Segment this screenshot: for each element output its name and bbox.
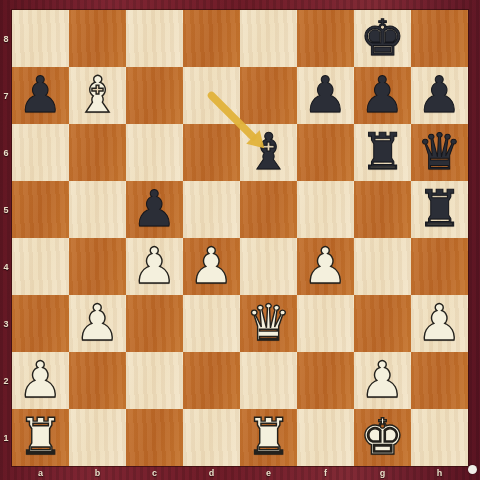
white-pawn-h3[interactable]: ♟ [417, 295, 462, 352]
square-c7[interactable] [126, 67, 183, 124]
square-c8[interactable] [126, 10, 183, 67]
square-g3[interactable] [354, 295, 411, 352]
rank-label-2: 2 [0, 352, 12, 409]
square-b6[interactable] [69, 124, 126, 181]
white-pawn-g2[interactable]: ♟ [360, 352, 405, 409]
rank-label-4: 4 [0, 238, 12, 295]
square-f5[interactable] [297, 181, 354, 238]
square-c4[interactable]: ♟ [126, 238, 183, 295]
square-h7[interactable]: ♟ [411, 67, 468, 124]
square-h8[interactable] [411, 10, 468, 67]
square-h6[interactable]: ♛ [411, 124, 468, 181]
chess-app-window: ♚♟♝♟♟♟♝♜♛♟♜♟♟♟♟♛♟♟♟♜♜♚ 87654321 abcdefgh [0, 0, 480, 480]
square-h3[interactable]: ♟ [411, 295, 468, 352]
square-b8[interactable] [69, 10, 126, 67]
black-pawn-a7[interactable]: ♟ [18, 67, 63, 124]
rank-label-8: 8 [0, 10, 12, 67]
black-pawn-g7[interactable]: ♟ [360, 67, 405, 124]
square-f8[interactable] [297, 10, 354, 67]
square-g4[interactable] [354, 238, 411, 295]
square-d7[interactable] [183, 67, 240, 124]
white-rook-a1[interactable]: ♜ [18, 409, 63, 466]
square-e7[interactable] [240, 67, 297, 124]
square-c2[interactable] [126, 352, 183, 409]
square-a1[interactable]: ♜ [12, 409, 69, 466]
square-f1[interactable] [297, 409, 354, 466]
square-d2[interactable] [183, 352, 240, 409]
rank-label-6: 6 [0, 124, 12, 181]
square-a5[interactable] [12, 181, 69, 238]
square-a7[interactable]: ♟ [12, 67, 69, 124]
black-bishop-e6[interactable]: ♝ [246, 124, 291, 181]
corner-marker-dot [468, 465, 477, 474]
black-pawn-c5[interactable]: ♟ [132, 181, 177, 238]
square-c5[interactable]: ♟ [126, 181, 183, 238]
rank-label-3: 3 [0, 295, 12, 352]
chess-board: ♚♟♝♟♟♟♝♜♛♟♜♟♟♟♟♛♟♟♟♜♜♚ [12, 10, 468, 466]
square-f2[interactable] [297, 352, 354, 409]
square-d3[interactable] [183, 295, 240, 352]
white-king-g1[interactable]: ♚ [360, 409, 405, 466]
square-d5[interactable] [183, 181, 240, 238]
rank-label-1: 1 [0, 409, 12, 466]
square-h4[interactable] [411, 238, 468, 295]
black-pawn-h7[interactable]: ♟ [417, 67, 462, 124]
rank-label-5: 5 [0, 181, 12, 238]
white-pawn-b3[interactable]: ♟ [75, 295, 120, 352]
file-label-c: c [126, 466, 183, 480]
square-c1[interactable] [126, 409, 183, 466]
square-a6[interactable] [12, 124, 69, 181]
square-g2[interactable]: ♟ [354, 352, 411, 409]
white-rook-e1[interactable]: ♜ [246, 409, 291, 466]
square-a2[interactable]: ♟ [12, 352, 69, 409]
square-d1[interactable] [183, 409, 240, 466]
square-b5[interactable] [69, 181, 126, 238]
file-label-e: e [240, 466, 297, 480]
black-queen-h6[interactable]: ♛ [417, 124, 462, 181]
square-e1[interactable]: ♜ [240, 409, 297, 466]
square-e8[interactable] [240, 10, 297, 67]
file-label-g: g [354, 466, 411, 480]
square-g7[interactable]: ♟ [354, 67, 411, 124]
square-h1[interactable] [411, 409, 468, 466]
square-d6[interactable] [183, 124, 240, 181]
square-d8[interactable] [183, 10, 240, 67]
square-g5[interactable] [354, 181, 411, 238]
file-label-b: b [69, 466, 126, 480]
square-f6[interactable] [297, 124, 354, 181]
square-d4[interactable]: ♟ [183, 238, 240, 295]
square-b3[interactable]: ♟ [69, 295, 126, 352]
square-g6[interactable]: ♜ [354, 124, 411, 181]
file-label-a: a [12, 466, 69, 480]
square-e5[interactable] [240, 181, 297, 238]
white-pawn-f4[interactable]: ♟ [303, 238, 348, 295]
square-g8[interactable]: ♚ [354, 10, 411, 67]
square-e3[interactable]: ♛ [240, 295, 297, 352]
square-f4[interactable]: ♟ [297, 238, 354, 295]
file-label-d: d [183, 466, 240, 480]
square-b7[interactable]: ♝ [69, 67, 126, 124]
square-e2[interactable] [240, 352, 297, 409]
black-king-g8[interactable]: ♚ [360, 10, 405, 67]
black-rook-h5[interactable]: ♜ [417, 181, 462, 238]
square-f3[interactable] [297, 295, 354, 352]
square-f7[interactable]: ♟ [297, 67, 354, 124]
black-rook-g6[interactable]: ♜ [360, 124, 405, 181]
square-b1[interactable] [69, 409, 126, 466]
square-a8[interactable] [12, 10, 69, 67]
square-e4[interactable] [240, 238, 297, 295]
square-a4[interactable] [12, 238, 69, 295]
white-pawn-a2[interactable]: ♟ [18, 352, 63, 409]
square-b4[interactable] [69, 238, 126, 295]
square-g1[interactable]: ♚ [354, 409, 411, 466]
rank-label-7: 7 [0, 67, 12, 124]
white-queen-e3[interactable]: ♛ [246, 295, 291, 352]
black-pawn-f7[interactable]: ♟ [303, 67, 348, 124]
square-h2[interactable] [411, 352, 468, 409]
file-label-f: f [297, 466, 354, 480]
square-b2[interactable] [69, 352, 126, 409]
square-e6[interactable]: ♝ [240, 124, 297, 181]
square-a3[interactable] [12, 295, 69, 352]
file-label-h: h [411, 466, 468, 480]
white-bishop-b7[interactable]: ♝ [75, 67, 120, 124]
white-pawn-d4[interactable]: ♟ [189, 238, 234, 295]
square-h5[interactable]: ♜ [411, 181, 468, 238]
square-c6[interactable] [126, 124, 183, 181]
square-c3[interactable] [126, 295, 183, 352]
white-pawn-c4[interactable]: ♟ [132, 238, 177, 295]
